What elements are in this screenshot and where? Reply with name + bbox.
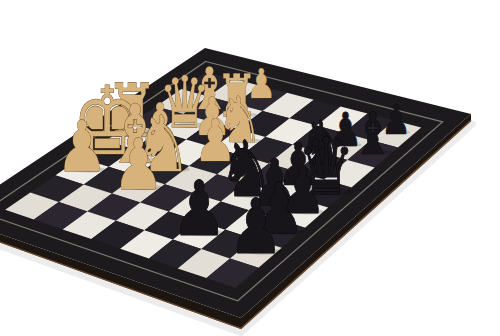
black-bishop-h7: ♝ bbox=[351, 99, 394, 168]
white-pawn-c3: ♟ bbox=[113, 123, 165, 205]
white-pawn-a3: ♟ bbox=[56, 106, 108, 188]
black-pawn-f2: ♟ bbox=[171, 164, 227, 253]
chess-set-photo: ♟♟♝♜♟♝♛♟♞♞♜♟♟♟♛♚♝♞♞♟♟♟♟♟♟♟ bbox=[0, 0, 500, 336]
chess-board-scene: ♟♟♝♜♟♝♛♟♞♞♜♟♟♟♛♚♝♞♞♟♟♟♟♟♟♟ bbox=[0, 0, 500, 336]
black-pawn-h2: ♟ bbox=[228, 182, 284, 271]
